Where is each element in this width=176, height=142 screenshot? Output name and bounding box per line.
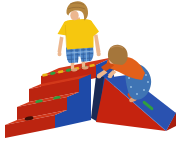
soft-play-climber-photo [0, 0, 176, 142]
plaid-line [89, 46, 90, 62]
plaid-line [71, 47, 72, 63]
crawling-child-far-hand [108, 75, 112, 79]
pants-dot [143, 89, 145, 91]
standing-child-far-hand [58, 52, 62, 56]
pants-dot [145, 74, 147, 76]
pants-dot [136, 93, 138, 95]
pants-dot [128, 77, 130, 79]
plaid-line [77, 47, 78, 63]
scene-canvas [0, 0, 176, 142]
crawling-child-near-hand [97, 75, 102, 79]
pants-dot [147, 81, 149, 83]
plaid-line-light [86, 46, 87, 62]
plaid-line [83, 46, 84, 62]
pants-dot [130, 86, 132, 88]
standing-child-face [70, 11, 78, 21]
plaid-line-light [74, 47, 75, 63]
standing-child-near-hand [97, 52, 101, 57]
